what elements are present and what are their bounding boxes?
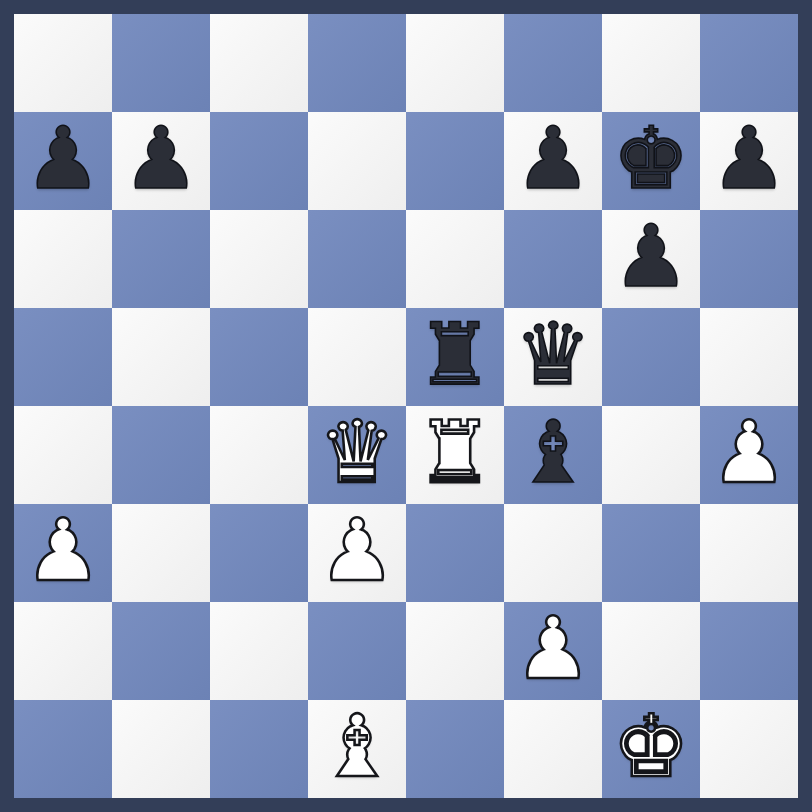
square-d7[interactable]	[308, 112, 406, 210]
square-d5[interactable]	[308, 308, 406, 406]
square-a5[interactable]	[14, 308, 112, 406]
square-c3[interactable]	[210, 504, 308, 602]
square-c8[interactable]	[210, 14, 308, 112]
square-e5[interactable]: ♜	[406, 308, 504, 406]
board-frame: ♟♟♟♚♟♟♜♛♛♜♝♟♟♟♟♝♚	[0, 0, 812, 812]
square-b7[interactable]: ♟	[112, 112, 210, 210]
square-b8[interactable]	[112, 14, 210, 112]
square-e1[interactable]	[406, 700, 504, 798]
square-h7[interactable]: ♟	[700, 112, 798, 210]
square-a1[interactable]	[14, 700, 112, 798]
square-b2[interactable]	[112, 602, 210, 700]
square-e3[interactable]	[406, 504, 504, 602]
square-e7[interactable]	[406, 112, 504, 210]
square-f3[interactable]	[504, 504, 602, 602]
square-g3[interactable]	[602, 504, 700, 602]
square-f7[interactable]: ♟	[504, 112, 602, 210]
black-pawn[interactable]: ♟	[612, 210, 689, 305]
square-h3[interactable]	[700, 504, 798, 602]
square-f1[interactable]	[504, 700, 602, 798]
white-pawn[interactable]: ♟	[514, 602, 591, 697]
square-g7[interactable]: ♚	[602, 112, 700, 210]
white-pawn[interactable]: ♟	[318, 504, 395, 599]
square-c4[interactable]	[210, 406, 308, 504]
square-d3[interactable]: ♟	[308, 504, 406, 602]
square-g5[interactable]	[602, 308, 700, 406]
square-a8[interactable]	[14, 14, 112, 112]
black-rook[interactable]: ♜	[416, 308, 493, 403]
white-queen[interactable]: ♛	[318, 406, 395, 501]
square-d8[interactable]	[308, 14, 406, 112]
square-a3[interactable]: ♟	[14, 504, 112, 602]
square-c7[interactable]	[210, 112, 308, 210]
square-f4[interactable]: ♝	[504, 406, 602, 504]
white-rook[interactable]: ♜	[416, 406, 493, 501]
square-c1[interactable]	[210, 700, 308, 798]
square-b3[interactable]	[112, 504, 210, 602]
square-h5[interactable]	[700, 308, 798, 406]
square-a4[interactable]	[14, 406, 112, 504]
square-h6[interactable]	[700, 210, 798, 308]
square-a2[interactable]	[14, 602, 112, 700]
square-f2[interactable]: ♟	[504, 602, 602, 700]
square-h2[interactable]	[700, 602, 798, 700]
square-h8[interactable]	[700, 14, 798, 112]
white-pawn[interactable]: ♟	[24, 504, 101, 599]
square-e2[interactable]	[406, 602, 504, 700]
black-queen[interactable]: ♛	[514, 308, 591, 403]
square-b4[interactable]	[112, 406, 210, 504]
white-bishop[interactable]: ♝	[318, 700, 395, 795]
white-pawn[interactable]: ♟	[710, 406, 787, 501]
square-d2[interactable]	[308, 602, 406, 700]
square-d4[interactable]: ♛	[308, 406, 406, 504]
square-f6[interactable]	[504, 210, 602, 308]
square-f5[interactable]: ♛	[504, 308, 602, 406]
black-king[interactable]: ♚	[612, 112, 689, 207]
square-h1[interactable]	[700, 700, 798, 798]
square-e6[interactable]	[406, 210, 504, 308]
square-b6[interactable]	[112, 210, 210, 308]
square-c6[interactable]	[210, 210, 308, 308]
black-pawn[interactable]: ♟	[122, 112, 199, 207]
square-g4[interactable]	[602, 406, 700, 504]
square-g6[interactable]: ♟	[602, 210, 700, 308]
square-c5[interactable]	[210, 308, 308, 406]
chess-board: ♟♟♟♚♟♟♜♛♛♜♝♟♟♟♟♝♚	[14, 14, 798, 798]
square-a6[interactable]	[14, 210, 112, 308]
square-g1[interactable]: ♚	[602, 700, 700, 798]
square-a7[interactable]: ♟	[14, 112, 112, 210]
white-king[interactable]: ♚	[612, 700, 689, 795]
square-b5[interactable]	[112, 308, 210, 406]
square-d6[interactable]	[308, 210, 406, 308]
square-e4[interactable]: ♜	[406, 406, 504, 504]
square-e8[interactable]	[406, 14, 504, 112]
black-pawn[interactable]: ♟	[514, 112, 591, 207]
square-h4[interactable]: ♟	[700, 406, 798, 504]
square-g8[interactable]	[602, 14, 700, 112]
square-d1[interactable]: ♝	[308, 700, 406, 798]
square-f8[interactable]	[504, 14, 602, 112]
black-pawn[interactable]: ♟	[710, 112, 787, 207]
black-bishop[interactable]: ♝	[514, 406, 591, 501]
square-c2[interactable]	[210, 602, 308, 700]
black-pawn[interactable]: ♟	[24, 112, 101, 207]
square-b1[interactable]	[112, 700, 210, 798]
square-g2[interactable]	[602, 602, 700, 700]
